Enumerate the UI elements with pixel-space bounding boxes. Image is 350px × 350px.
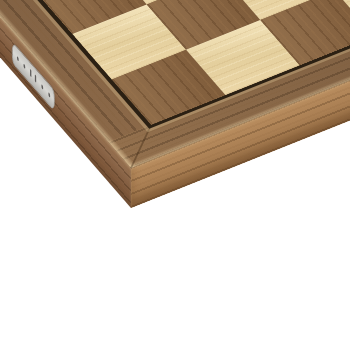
chessboard-product-photo bbox=[0, 0, 350, 350]
plaque-mark bbox=[35, 74, 36, 83]
plaque-mark bbox=[17, 56, 19, 62]
plaque-mark bbox=[30, 69, 31, 78]
plaque-mark bbox=[23, 63, 25, 69]
plaque-mark bbox=[48, 92, 50, 98]
plaque-mark bbox=[41, 84, 43, 90]
